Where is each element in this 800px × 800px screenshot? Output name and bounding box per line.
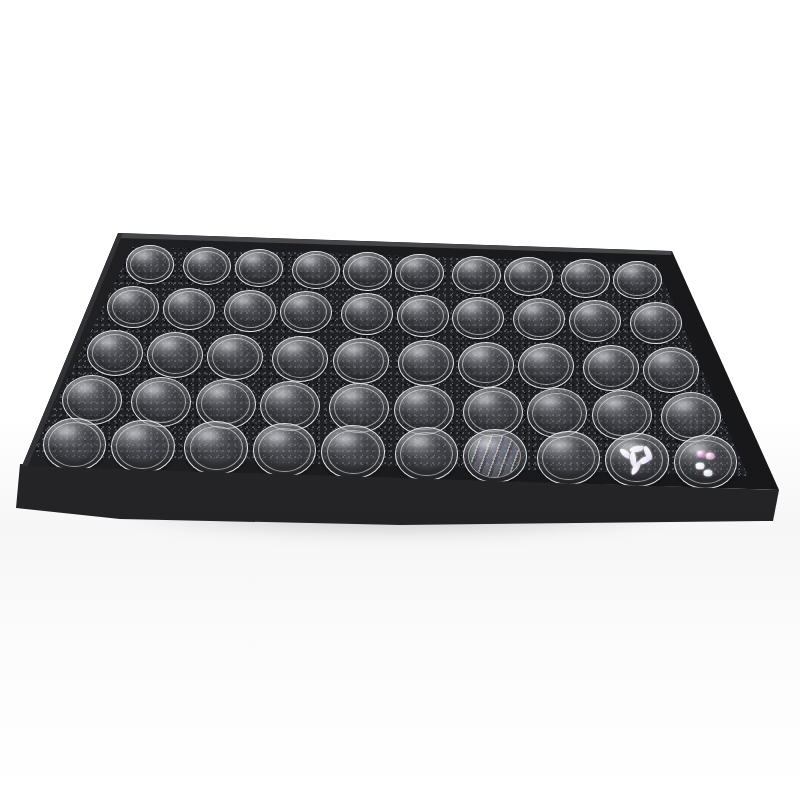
gem-pot bbox=[643, 347, 699, 393]
gem-pot bbox=[518, 343, 574, 389]
gem-pot bbox=[292, 251, 340, 289]
gem-pot bbox=[184, 421, 248, 475]
gem-pot bbox=[537, 431, 601, 485]
oval-rhinestone bbox=[696, 463, 705, 470]
gem-pot bbox=[235, 249, 283, 287]
gem-pot bbox=[321, 425, 385, 479]
gem-pot bbox=[224, 290, 276, 332]
gem-pot bbox=[126, 245, 174, 283]
marquise-rhinestone bbox=[629, 445, 645, 454]
gem-pot bbox=[452, 256, 500, 294]
gem-pot bbox=[504, 257, 552, 295]
gem-pot bbox=[452, 297, 504, 339]
gem-pot bbox=[613, 261, 661, 299]
gem-pot bbox=[561, 259, 609, 297]
oval-rhinestone bbox=[706, 453, 715, 460]
gem-pot bbox=[398, 340, 454, 386]
gem-pot bbox=[395, 427, 459, 481]
oval-rhinestone bbox=[704, 470, 713, 477]
gem-pot-holographic-foil bbox=[463, 429, 527, 483]
gem-pot bbox=[163, 288, 215, 330]
gem-pot bbox=[253, 423, 317, 477]
gem-pot bbox=[630, 302, 682, 344]
gem-pot bbox=[583, 345, 639, 391]
gem-pot bbox=[397, 295, 449, 337]
gem-pot bbox=[107, 286, 159, 328]
gem-pot bbox=[111, 420, 175, 474]
gem-pot bbox=[280, 291, 332, 333]
gem-pot bbox=[343, 252, 391, 290]
gem-pot-marquise-rhinestones bbox=[605, 433, 669, 487]
product-photo bbox=[0, 0, 800, 800]
tray bbox=[0, 0, 800, 800]
gem-pot bbox=[458, 342, 514, 388]
gem-pot bbox=[341, 293, 393, 335]
gem-pot bbox=[569, 300, 621, 342]
gem-pot bbox=[333, 338, 389, 384]
gem-pot-oval-rhinestones bbox=[674, 435, 738, 489]
gem-pot bbox=[272, 336, 328, 382]
gem-pot bbox=[207, 334, 263, 380]
holographic-foil bbox=[470, 435, 521, 477]
oval-rhinestone bbox=[697, 451, 706, 458]
gem-pot bbox=[395, 254, 443, 292]
gem-pot bbox=[43, 418, 107, 472]
